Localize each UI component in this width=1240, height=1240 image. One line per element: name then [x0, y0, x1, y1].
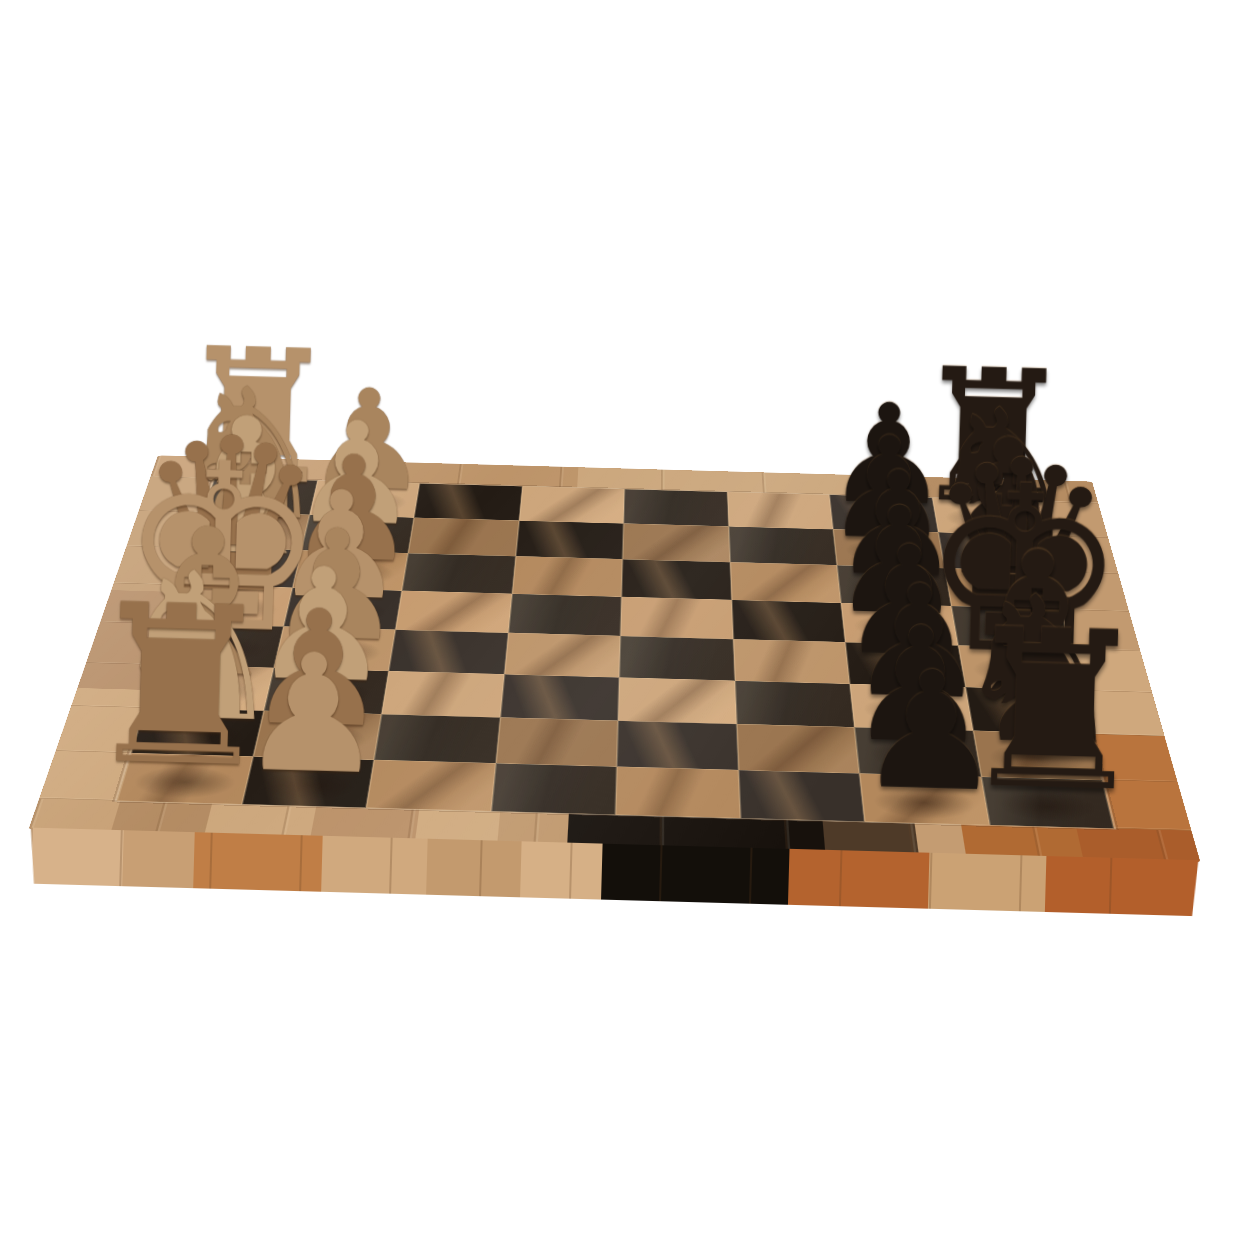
square-h6[interactable]: [738, 770, 865, 822]
square-f5[interactable]: [618, 677, 736, 724]
frame-horn-tile: [204, 803, 315, 837]
square-b6[interactable]: [728, 526, 837, 565]
edge-horn-tile: [928, 853, 1046, 912]
square-g4[interactable]: [495, 717, 618, 766]
square-f4[interactable]: [500, 674, 619, 721]
frame-horn-tile: [823, 820, 919, 854]
square-a6[interactable]: [727, 492, 833, 529]
piece-white-rook[interactable]: ♜: [79, 575, 281, 799]
square-h4[interactable]: [491, 763, 617, 815]
board-tilt-wrapper: ♜♟♟♜♞♟♟♞♝♟♟♝♛♟♟♛♚♟♟♚♝♟♟♝♞♟♟♞♜♟♟♜: [0, 0, 1240, 1240]
edge-horn-tile: [193, 832, 323, 892]
piece-black-rook[interactable]: ♜: [954, 600, 1156, 824]
edge-horn-tile: [321, 836, 428, 895]
frame-horn-tile: [111, 801, 213, 835]
square-h5[interactable]: [615, 766, 740, 818]
square-d6[interactable]: [731, 600, 845, 643]
square-d3[interactable]: [395, 591, 511, 633]
edge-horn-tile: [601, 844, 789, 905]
edge-horn-tile: [123, 830, 195, 888]
frame-horn-tile: [961, 824, 1083, 859]
square-d4[interactable]: [508, 594, 622, 636]
square-g6[interactable]: [736, 724, 859, 773]
square-a3[interactable]: [414, 483, 522, 520]
frame-horn-tile: [915, 823, 966, 856]
square-g5[interactable]: [617, 721, 738, 770]
board-squares-grid: ♜♟♟♜♞♟♟♞♝♟♟♝♛♟♟♛♚♟♟♚♝♟♟♝♞♟♟♞♜♟♟♜: [117, 478, 1114, 829]
chess-board: ♜♟♟♜♞♟♟♞♝♟♟♝♛♟♟♛♚♟♟♚♝♟♟♝♞♟♟♞♜♟♟♜: [29, 456, 1201, 863]
square-a4[interactable]: [519, 486, 625, 523]
frame-horn-tile: [497, 811, 569, 844]
frame-horn-tile: [415, 809, 500, 843]
edge-horn-tile: [29, 828, 124, 887]
square-f3[interactable]: [382, 671, 504, 718]
product-photo-stage: ♜♟♟♜♞♟♟♞♝♟♟♝♛♟♟♛♚♟♟♚♝♟♟♝♞♟♟♞♜♟♟♜: [0, 0, 1240, 1240]
square-f6[interactable]: [735, 681, 855, 728]
square-g3[interactable]: [374, 714, 500, 763]
square-h1[interactable]: ♜: [117, 753, 253, 804]
square-d5[interactable]: [620, 597, 732, 639]
frame-horn-tile: [29, 799, 120, 832]
edge-horn-tile: [788, 849, 930, 909]
square-a5[interactable]: [624, 489, 729, 526]
square-b3[interactable]: [408, 518, 519, 557]
edge-horn-tile: [426, 839, 521, 898]
frame-horn-tile: [310, 806, 420, 840]
frame-horn-tile: [1076, 828, 1200, 863]
square-h3[interactable]: [366, 760, 495, 811]
square-c3[interactable]: [402, 553, 515, 593]
square-h8[interactable]: ♜: [981, 777, 1114, 829]
edge-horn-tile: [1045, 856, 1198, 916]
edge-horn-tile: [520, 841, 603, 899]
